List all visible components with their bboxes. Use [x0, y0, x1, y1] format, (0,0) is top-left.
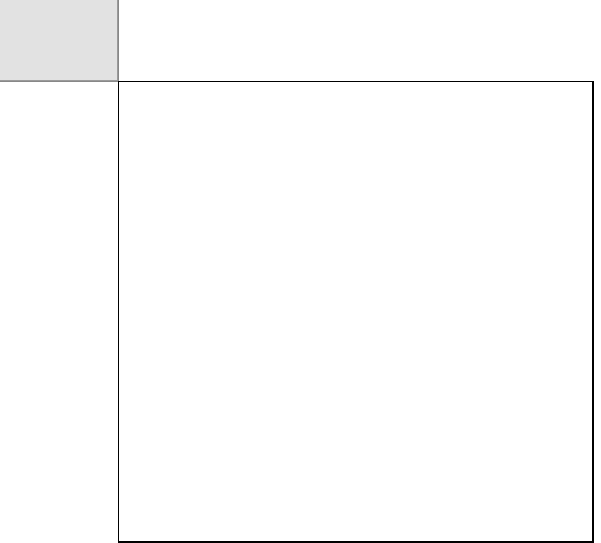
corner-watermark-text [0, 0, 118, 81]
side-watermark-text [592, 398, 601, 538]
column-clues-panel [118, 0, 594, 81]
puzzle-grid [118, 81, 594, 543]
corner-watermark [0, 0, 118, 81]
row-clues-panel [0, 81, 118, 543]
nonogram-puzzle-screenshot [0, 0, 601, 543]
